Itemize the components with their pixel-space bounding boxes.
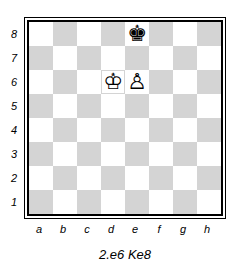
square-e2[interactable]: [125, 166, 149, 190]
square-f4[interactable]: [149, 118, 173, 142]
square-a5[interactable]: [29, 94, 53, 118]
file-label-a: a: [27, 223, 51, 235]
file-label-e: e: [123, 223, 147, 235]
square-g2[interactable]: [173, 166, 197, 190]
rank-label-4: 4: [0, 118, 24, 142]
square-h3[interactable]: [197, 142, 221, 166]
square-d5[interactable]: [101, 94, 125, 118]
square-a7[interactable]: [29, 46, 53, 70]
rank-label-6: 6: [0, 70, 24, 94]
square-f2[interactable]: [149, 166, 173, 190]
square-b4[interactable]: [53, 118, 77, 142]
rank-label-3: 3: [0, 142, 24, 166]
square-a2[interactable]: [29, 166, 53, 190]
square-g7[interactable]: [173, 46, 197, 70]
square-b8[interactable]: [53, 22, 77, 46]
square-c1[interactable]: [77, 190, 101, 214]
square-e3[interactable]: [125, 142, 149, 166]
square-h8[interactable]: [197, 22, 221, 46]
square-h1[interactable]: [197, 190, 221, 214]
square-h5[interactable]: [197, 94, 221, 118]
square-h4[interactable]: [197, 118, 221, 142]
square-g4[interactable]: [173, 118, 197, 142]
file-label-f: f: [147, 223, 171, 235]
board-area: 87654321 ♚♔♙: [0, 0, 248, 219]
file-label-h: h: [195, 223, 219, 235]
file-label-g: g: [171, 223, 195, 235]
square-a8[interactable]: [29, 22, 53, 46]
board-frame-inner: ♚♔♙: [27, 20, 223, 216]
square-c6[interactable]: [77, 70, 101, 94]
square-d3[interactable]: [101, 142, 125, 166]
square-f7[interactable]: [149, 46, 173, 70]
square-e6[interactable]: ♙: [125, 70, 149, 94]
rank-label-8: 8: [0, 22, 24, 46]
square-g3[interactable]: [173, 142, 197, 166]
file-label-b: b: [51, 223, 75, 235]
square-d6[interactable]: ♔: [101, 70, 125, 94]
square-c7[interactable]: [77, 46, 101, 70]
square-b6[interactable]: [53, 70, 77, 94]
square-g6[interactable]: [173, 70, 197, 94]
rank-label-2: 2: [0, 166, 24, 190]
square-c5[interactable]: [77, 94, 101, 118]
square-g8[interactable]: [173, 22, 197, 46]
square-d8[interactable]: [101, 22, 125, 46]
square-c2[interactable]: [77, 166, 101, 190]
square-b7[interactable]: [53, 46, 77, 70]
rank-label-5: 5: [0, 94, 24, 118]
square-a3[interactable]: [29, 142, 53, 166]
square-c4[interactable]: [77, 118, 101, 142]
square-c3[interactable]: [77, 142, 101, 166]
move-caption: 2.e6 Ke8: [24, 247, 226, 262]
square-e4[interactable]: [125, 118, 149, 142]
square-c8[interactable]: [77, 22, 101, 46]
square-f8[interactable]: [149, 22, 173, 46]
square-g1[interactable]: [173, 190, 197, 214]
square-d2[interactable]: [101, 166, 125, 190]
square-f1[interactable]: [149, 190, 173, 214]
square-b2[interactable]: [53, 166, 77, 190]
rank-label-1: 1: [0, 190, 24, 214]
square-a6[interactable]: [29, 70, 53, 94]
square-f3[interactable]: [149, 142, 173, 166]
white-pawn-e6[interactable]: ♙: [126, 71, 148, 93]
square-e7[interactable]: [125, 46, 149, 70]
chess-diagram: 87654321 ♚♔♙ abcdefgh 2.e6 Ke8: [0, 0, 248, 280]
square-e5[interactable]: [125, 94, 149, 118]
square-d4[interactable]: [101, 118, 125, 142]
square-a1[interactable]: [29, 190, 53, 214]
rank-labels: 87654321: [0, 17, 24, 214]
square-b1[interactable]: [53, 190, 77, 214]
square-h6[interactable]: [197, 70, 221, 94]
square-f6[interactable]: [149, 70, 173, 94]
black-king-e8[interactable]: ♚: [126, 23, 148, 45]
chess-board: ♚♔♙: [29, 22, 221, 214]
square-h2[interactable]: [197, 166, 221, 190]
square-b3[interactable]: [53, 142, 77, 166]
square-d7[interactable]: [101, 46, 125, 70]
square-g5[interactable]: [173, 94, 197, 118]
file-label-c: c: [75, 223, 99, 235]
square-b5[interactable]: [53, 94, 77, 118]
file-label-d: d: [99, 223, 123, 235]
square-f5[interactable]: [149, 94, 173, 118]
square-e1[interactable]: [125, 190, 149, 214]
rank-label-7: 7: [0, 46, 24, 70]
square-d1[interactable]: [101, 190, 125, 214]
white-king-d6[interactable]: ♔: [102, 71, 124, 93]
board-frame-outer: ♚♔♙: [24, 17, 226, 219]
square-e8[interactable]: ♚: [125, 22, 149, 46]
square-a4[interactable]: [29, 118, 53, 142]
file-labels: abcdefgh: [0, 223, 248, 235]
square-h7[interactable]: [197, 46, 221, 70]
